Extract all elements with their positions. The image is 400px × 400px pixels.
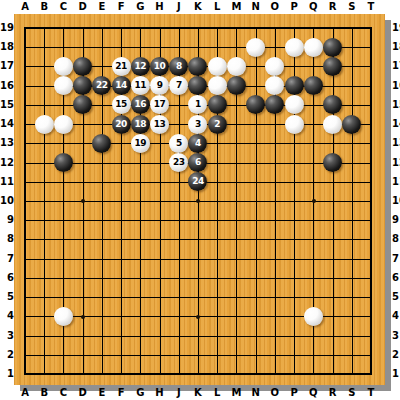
col-label-bottom-S: S bbox=[344, 387, 360, 399]
col-label-bottom-A: A bbox=[17, 387, 33, 399]
col-label-top-R: R bbox=[325, 1, 341, 13]
stone-M16[interactable] bbox=[227, 76, 246, 95]
row-label-right-8: 8 bbox=[392, 233, 400, 245]
row-label-right-1: 1 bbox=[392, 368, 400, 380]
row-label-left-8: 8 bbox=[0, 233, 14, 245]
stone-H17-move-10[interactable]: 10 bbox=[150, 57, 169, 76]
stone-P14[interactable] bbox=[285, 115, 304, 134]
stone-J13-move-5[interactable]: 5 bbox=[169, 134, 188, 153]
col-label-bottom-B: B bbox=[36, 387, 52, 399]
stone-L14-move-2[interactable]: 2 bbox=[208, 115, 227, 134]
stone-L15[interactable] bbox=[208, 95, 227, 114]
row-label-right-10: 10 bbox=[392, 195, 400, 207]
stone-G17-move-12[interactable]: 12 bbox=[131, 57, 150, 76]
row-label-right-7: 7 bbox=[392, 253, 400, 265]
grid-line-horizontal bbox=[25, 355, 371, 356]
grid-line-vertical bbox=[256, 28, 257, 374]
stone-M17[interactable] bbox=[227, 57, 246, 76]
stone-P18[interactable] bbox=[285, 38, 304, 57]
col-label-bottom-F: F bbox=[113, 387, 129, 399]
col-label-bottom-T: T bbox=[363, 387, 379, 399]
stone-F17-move-21[interactable]: 21 bbox=[112, 57, 131, 76]
col-label-bottom-J: J bbox=[171, 387, 187, 399]
col-label-bottom-M: M bbox=[228, 387, 244, 399]
col-label-bottom-N: N bbox=[248, 387, 264, 399]
go-board-surface[interactable]: 211210822141197151617120181332195423624 bbox=[14, 14, 385, 385]
col-label-top-S: S bbox=[344, 1, 360, 13]
row-label-left-12: 12 bbox=[0, 157, 14, 169]
row-label-right-12: 12 bbox=[392, 157, 400, 169]
row-label-left-3: 3 bbox=[0, 330, 14, 342]
row-label-left-14: 14 bbox=[0, 118, 14, 130]
col-label-top-T: T bbox=[363, 1, 379, 13]
col-label-bottom-L: L bbox=[209, 387, 225, 399]
stone-L17[interactable] bbox=[208, 57, 227, 76]
stone-C16[interactable] bbox=[54, 76, 73, 95]
grid-line-vertical bbox=[333, 28, 334, 374]
row-label-left-4: 4 bbox=[0, 310, 14, 322]
row-label-right-9: 9 bbox=[392, 214, 400, 226]
stone-N18[interactable] bbox=[246, 38, 265, 57]
col-label-top-C: C bbox=[55, 1, 71, 13]
col-label-top-H: H bbox=[152, 1, 168, 13]
row-label-right-16: 16 bbox=[392, 80, 400, 92]
col-label-bottom-P: P bbox=[286, 387, 302, 399]
stone-G13-move-19[interactable]: 19 bbox=[131, 134, 150, 153]
row-label-right-17: 17 bbox=[392, 60, 400, 72]
grid-line-horizontal bbox=[25, 297, 371, 298]
stone-P15[interactable] bbox=[285, 95, 304, 114]
stone-G16-move-11[interactable]: 11 bbox=[131, 76, 150, 95]
row-label-left-13: 13 bbox=[0, 137, 14, 149]
row-label-left-6: 6 bbox=[0, 272, 14, 284]
row-label-right-2: 2 bbox=[392, 349, 400, 361]
row-label-left-10: 10 bbox=[0, 195, 14, 207]
col-label-bottom-D: D bbox=[75, 387, 91, 399]
stone-C4[interactable] bbox=[54, 307, 73, 326]
row-label-right-15: 15 bbox=[392, 99, 400, 111]
grid-line-horizontal bbox=[25, 220, 371, 221]
row-label-right-11: 11 bbox=[392, 176, 400, 188]
row-label-left-19: 19 bbox=[0, 22, 14, 34]
col-label-top-D: D bbox=[75, 1, 91, 13]
row-label-left-11: 11 bbox=[0, 176, 14, 188]
stone-C17[interactable] bbox=[54, 57, 73, 76]
row-label-left-7: 7 bbox=[0, 253, 14, 265]
stone-R12[interactable] bbox=[323, 153, 342, 172]
row-label-right-3: 3 bbox=[392, 330, 400, 342]
col-label-top-M: M bbox=[228, 1, 244, 13]
col-label-top-N: N bbox=[248, 1, 264, 13]
row-label-left-9: 9 bbox=[0, 214, 14, 226]
row-label-left-17: 17 bbox=[0, 60, 14, 72]
col-label-top-F: F bbox=[113, 1, 129, 13]
stone-P16[interactable] bbox=[285, 76, 304, 95]
row-label-left-1: 1 bbox=[0, 368, 14, 380]
stone-R14[interactable] bbox=[323, 115, 342, 134]
stone-F16-move-14[interactable]: 14 bbox=[112, 76, 131, 95]
row-label-left-5: 5 bbox=[0, 291, 14, 303]
col-label-top-L: L bbox=[209, 1, 225, 13]
col-label-top-P: P bbox=[286, 1, 302, 13]
col-label-top-G: G bbox=[132, 1, 148, 13]
col-label-top-K: K bbox=[190, 1, 206, 13]
col-label-bottom-G: G bbox=[132, 387, 148, 399]
stone-G14-move-18[interactable]: 18 bbox=[131, 115, 150, 134]
grid-line-horizontal bbox=[25, 278, 371, 279]
row-label-left-18: 18 bbox=[0, 41, 14, 53]
row-label-left-15: 15 bbox=[0, 99, 14, 111]
row-label-right-6: 6 bbox=[392, 272, 400, 284]
stone-D17[interactable] bbox=[73, 57, 92, 76]
stone-F15-move-15[interactable]: 15 bbox=[112, 95, 131, 114]
col-label-bottom-R: R bbox=[325, 387, 341, 399]
stone-R17[interactable] bbox=[323, 57, 342, 76]
stone-R18[interactable] bbox=[323, 38, 342, 57]
row-label-left-16: 16 bbox=[0, 80, 14, 92]
grid-line-horizontal bbox=[25, 259, 371, 260]
col-label-top-Q: Q bbox=[305, 1, 321, 13]
stone-L16[interactable] bbox=[208, 76, 227, 95]
grid-line-vertical bbox=[352, 28, 353, 374]
stone-S14[interactable] bbox=[342, 115, 361, 134]
stone-Q18[interactable] bbox=[304, 38, 323, 57]
row-label-right-18: 18 bbox=[392, 41, 400, 53]
col-label-top-B: B bbox=[36, 1, 52, 13]
row-label-right-5: 5 bbox=[392, 291, 400, 303]
col-label-bottom-C: C bbox=[55, 387, 71, 399]
stone-H14-move-13[interactable]: 13 bbox=[150, 115, 169, 134]
grid-line-horizontal bbox=[25, 336, 371, 337]
col-label-top-O: O bbox=[267, 1, 283, 13]
col-label-bottom-H: H bbox=[152, 387, 168, 399]
col-label-bottom-E: E bbox=[94, 387, 110, 399]
grid-line-horizontal bbox=[25, 239, 371, 240]
go-diagram: 211210822141197151617120181332195423624 … bbox=[0, 0, 400, 400]
stone-Q4[interactable] bbox=[304, 307, 323, 326]
stone-Q16[interactable] bbox=[304, 76, 323, 95]
stone-C12[interactable] bbox=[54, 153, 73, 172]
col-label-bottom-O: O bbox=[267, 387, 283, 399]
stone-B14[interactable] bbox=[35, 115, 54, 134]
col-label-top-A: A bbox=[17, 1, 33, 13]
col-label-bottom-K: K bbox=[190, 387, 206, 399]
stone-F14-move-20[interactable]: 20 bbox=[112, 115, 131, 134]
col-label-bottom-Q: Q bbox=[305, 387, 321, 399]
stone-C14[interactable] bbox=[54, 115, 73, 134]
stone-K14-move-3[interactable]: 3 bbox=[188, 115, 207, 134]
row-label-right-4: 4 bbox=[392, 310, 400, 322]
col-label-top-J: J bbox=[171, 1, 187, 13]
row-label-right-19: 19 bbox=[392, 22, 400, 34]
row-label-right-14: 14 bbox=[392, 118, 400, 130]
row-label-left-2: 2 bbox=[0, 349, 14, 361]
hoshi-D4 bbox=[81, 315, 85, 319]
col-label-top-E: E bbox=[94, 1, 110, 13]
row-label-right-13: 13 bbox=[392, 137, 400, 149]
